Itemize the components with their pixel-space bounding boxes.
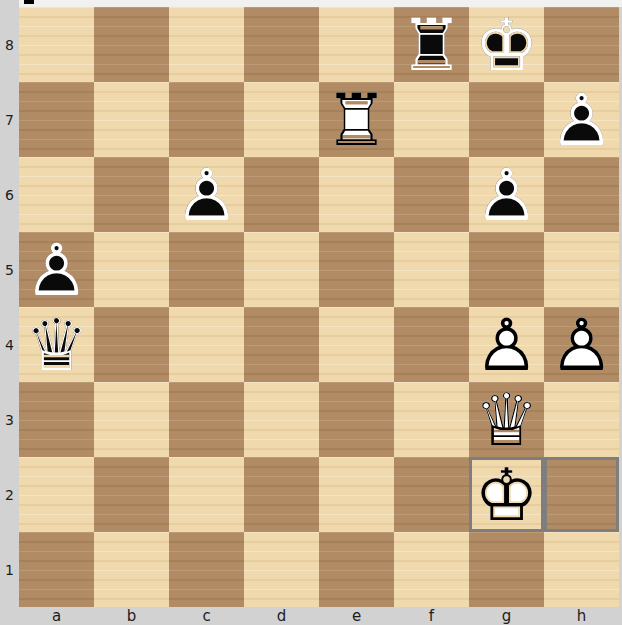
square-e7[interactable]: ♜♖ <box>319 82 394 157</box>
square-b8[interactable] <box>94 7 169 82</box>
square-c5[interactable] <box>169 232 244 307</box>
file-label-h: h <box>544 607 619 625</box>
white-pawn-outline-glyph: ♙ <box>549 309 614 381</box>
square-f5[interactable] <box>394 232 469 307</box>
file-label-c: c <box>169 607 244 625</box>
square-a3[interactable] <box>19 382 94 457</box>
rank-label-1: 1 <box>0 532 19 607</box>
square-e3[interactable] <box>319 382 394 457</box>
square-h4[interactable]: ♟♙ <box>544 307 619 382</box>
square-c3[interactable] <box>169 382 244 457</box>
square-b4[interactable] <box>94 307 169 382</box>
square-e4[interactable] <box>319 307 394 382</box>
square-h2[interactable] <box>544 457 619 532</box>
square-a8[interactable] <box>19 7 94 82</box>
square-d7[interactable] <box>244 82 319 157</box>
square-d8[interactable] <box>244 7 319 82</box>
square-d3[interactable] <box>244 382 319 457</box>
black-queen-outline-glyph: ♕ <box>24 309 89 381</box>
square-a4[interactable]: ♛♕ <box>19 307 94 382</box>
piece-white-pawn[interactable]: ♟♙ <box>544 307 619 382</box>
square-h7[interactable]: ♟♙ <box>544 82 619 157</box>
file-label-e: e <box>319 607 394 625</box>
square-e1[interactable] <box>319 532 394 607</box>
file-label-b: b <box>94 607 169 625</box>
square-c8[interactable] <box>169 7 244 82</box>
piece-black-pawn[interactable]: ♟♙ <box>169 157 244 232</box>
black-pawn-outline-glyph: ♙ <box>549 84 614 156</box>
square-d1[interactable] <box>244 532 319 607</box>
square-e5[interactable] <box>319 232 394 307</box>
square-a7[interactable] <box>19 82 94 157</box>
square-b1[interactable] <box>94 532 169 607</box>
square-g7[interactable] <box>469 82 544 157</box>
square-b7[interactable] <box>94 82 169 157</box>
square-e8[interactable] <box>319 7 394 82</box>
square-g3[interactable]: ♛♕ <box>469 382 544 457</box>
square-d5[interactable] <box>244 232 319 307</box>
white-queen-outline-glyph: ♕ <box>474 384 539 456</box>
square-f2[interactable] <box>394 457 469 532</box>
black-rook-outline-glyph: ♖ <box>399 9 464 81</box>
file-label-d: d <box>244 607 319 625</box>
square-g2[interactable]: ♚♔ <box>469 457 544 532</box>
chess-app-screen: ♜♖♚♔♜♖♟♙♟♙♟♙♟♙♛♕♟♙♟♙♛♕♚♔ 87654321 abcdef… <box>0 0 622 625</box>
square-c2[interactable] <box>169 457 244 532</box>
square-h1[interactable] <box>544 532 619 607</box>
square-h6[interactable] <box>544 157 619 232</box>
file-labels: abcdefgh <box>19 607 619 625</box>
white-pawn-outline-glyph: ♙ <box>474 309 539 381</box>
rank-label-3: 3 <box>0 382 19 457</box>
white-king-outline-glyph: ♔ <box>474 459 539 531</box>
rank-label-4: 4 <box>0 307 19 382</box>
square-f8[interactable]: ♜♖ <box>394 7 469 82</box>
piece-black-pawn[interactable]: ♟♙ <box>469 157 544 232</box>
square-e2[interactable] <box>319 457 394 532</box>
square-b3[interactable] <box>94 382 169 457</box>
square-h3[interactable] <box>544 382 619 457</box>
square-d6[interactable] <box>244 157 319 232</box>
square-b6[interactable] <box>94 157 169 232</box>
file-label-g: g <box>469 607 544 625</box>
square-h8[interactable] <box>544 7 619 82</box>
square-a2[interactable] <box>19 457 94 532</box>
piece-white-king[interactable]: ♚♔ <box>469 457 544 532</box>
square-c6[interactable]: ♟♙ <box>169 157 244 232</box>
rank-label-8: 8 <box>0 7 19 82</box>
piece-white-queen[interactable]: ♛♕ <box>469 382 544 457</box>
square-g8[interactable]: ♚♔ <box>469 7 544 82</box>
square-f6[interactable] <box>394 157 469 232</box>
square-b5[interactable] <box>94 232 169 307</box>
square-a6[interactable] <box>19 157 94 232</box>
square-a1[interactable] <box>19 532 94 607</box>
black-king-outline-glyph: ♔ <box>474 9 539 81</box>
square-c7[interactable] <box>169 82 244 157</box>
rank-label-6: 6 <box>0 157 19 232</box>
rank-label-7: 7 <box>0 82 19 157</box>
square-g1[interactable] <box>469 532 544 607</box>
square-f7[interactable] <box>394 82 469 157</box>
rank-label-5: 5 <box>0 232 19 307</box>
file-label-a: a <box>19 607 94 625</box>
cropped-ui-fragment <box>24 0 34 4</box>
black-pawn-outline-glyph: ♙ <box>474 159 539 231</box>
piece-black-pawn[interactable]: ♟♙ <box>544 82 619 157</box>
square-d4[interactable] <box>244 307 319 382</box>
square-g5[interactable] <box>469 232 544 307</box>
square-c4[interactable] <box>169 307 244 382</box>
piece-black-queen[interactable]: ♛♕ <box>19 307 94 382</box>
square-h5[interactable] <box>544 232 619 307</box>
square-f4[interactable] <box>394 307 469 382</box>
file-label-f: f <box>394 607 469 625</box>
piece-black-pawn[interactable]: ♟♙ <box>19 232 94 307</box>
white-rook-outline-glyph: ♖ <box>324 84 389 156</box>
rank-labels: 87654321 <box>0 7 19 607</box>
piece-black-rook[interactable]: ♜♖ <box>394 7 469 82</box>
black-pawn-outline-glyph: ♙ <box>174 159 239 231</box>
square-f1[interactable] <box>394 532 469 607</box>
black-pawn-outline-glyph: ♙ <box>24 234 89 306</box>
square-c1[interactable] <box>169 532 244 607</box>
square-d2[interactable] <box>244 457 319 532</box>
rank-label-2: 2 <box>0 457 19 532</box>
square-a5[interactable]: ♟♙ <box>19 232 94 307</box>
piece-white-pawn[interactable]: ♟♙ <box>469 307 544 382</box>
square-g4[interactable]: ♟♙ <box>469 307 544 382</box>
square-f3[interactable] <box>394 382 469 457</box>
square-e6[interactable] <box>319 157 394 232</box>
piece-black-king[interactable]: ♚♔ <box>469 7 544 82</box>
piece-white-rook[interactable]: ♜♖ <box>319 82 394 157</box>
chess-board: ♜♖♚♔♜♖♟♙♟♙♟♙♟♙♛♕♟♙♟♙♛♕♚♔ <box>19 7 619 607</box>
square-g6[interactable]: ♟♙ <box>469 157 544 232</box>
square-b2[interactable] <box>94 457 169 532</box>
